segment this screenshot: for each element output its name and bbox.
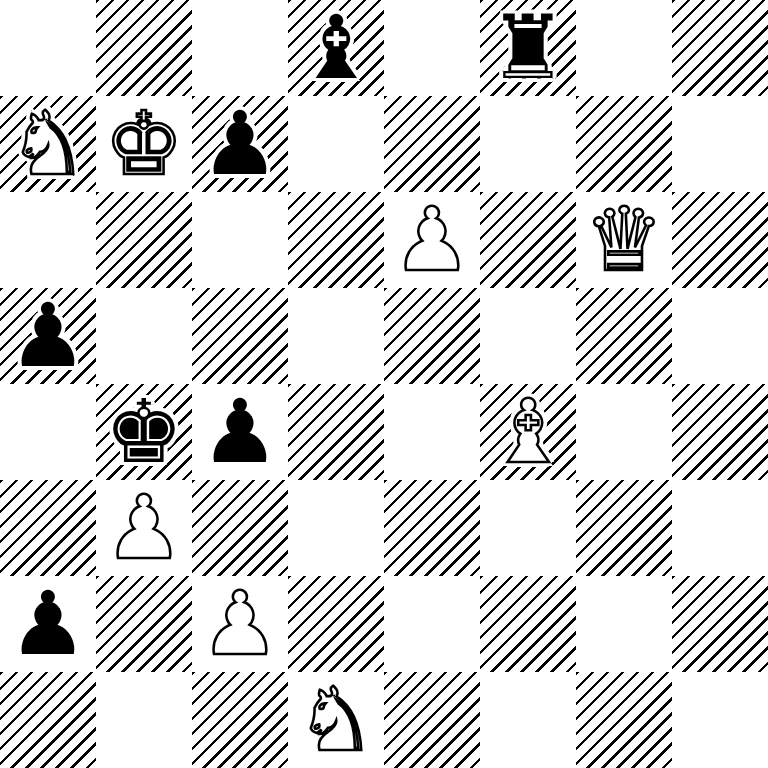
square-c1[interactable] <box>192 672 288 768</box>
square-d2[interactable] <box>288 576 384 672</box>
square-a3[interactable] <box>0 480 96 576</box>
square-e6[interactable]: ♟ <box>384 192 480 288</box>
piece-black-rook-f8[interactable]: ♜ <box>489 4 568 92</box>
square-f2[interactable] <box>480 576 576 672</box>
square-h3[interactable] <box>672 480 768 576</box>
square-e8[interactable] <box>384 0 480 96</box>
piece-black-pawn-c4[interactable]: ♟ <box>201 388 280 476</box>
square-h1[interactable] <box>672 672 768 768</box>
square-f6[interactable] <box>480 192 576 288</box>
square-f7[interactable] <box>480 96 576 192</box>
square-d8[interactable]: ♝ <box>288 0 384 96</box>
square-h4[interactable] <box>672 384 768 480</box>
square-b2[interactable] <box>96 576 192 672</box>
square-e5[interactable] <box>384 288 480 384</box>
square-g3[interactable] <box>576 480 672 576</box>
square-d3[interactable] <box>288 480 384 576</box>
piece-white-knight-a7[interactable]: ♞ <box>9 100 88 188</box>
piece-white-queen-g6[interactable]: ♛ <box>585 196 664 284</box>
square-e4[interactable] <box>384 384 480 480</box>
square-c7[interactable]: ♟ <box>192 96 288 192</box>
square-g4[interactable] <box>576 384 672 480</box>
square-c2[interactable]: ♟ <box>192 576 288 672</box>
square-e7[interactable] <box>384 96 480 192</box>
square-a5[interactable]: ♟ <box>0 288 96 384</box>
square-b4[interactable]: ♚ <box>96 384 192 480</box>
square-c4[interactable]: ♟ <box>192 384 288 480</box>
square-a2[interactable]: ♟ <box>0 576 96 672</box>
chess-board: ♝♜♞♚♟♟♛♟♚♟♝♟♟♟♞ <box>0 0 768 768</box>
piece-white-king-b7[interactable]: ♚ <box>105 100 184 188</box>
square-b1[interactable] <box>96 672 192 768</box>
square-b5[interactable] <box>96 288 192 384</box>
square-a6[interactable] <box>0 192 96 288</box>
square-b3[interactable]: ♟ <box>96 480 192 576</box>
square-c8[interactable] <box>192 0 288 96</box>
piece-black-pawn-a2[interactable]: ♟ <box>9 580 88 668</box>
piece-black-king-b4[interactable]: ♚ <box>105 388 184 476</box>
square-e2[interactable] <box>384 576 480 672</box>
square-h5[interactable] <box>672 288 768 384</box>
piece-white-knight-d1[interactable]: ♞ <box>297 676 376 764</box>
square-f1[interactable] <box>480 672 576 768</box>
square-g5[interactable] <box>576 288 672 384</box>
square-d6[interactable] <box>288 192 384 288</box>
square-d1[interactable]: ♞ <box>288 672 384 768</box>
piece-white-pawn-b3[interactable]: ♟ <box>105 484 184 572</box>
square-e1[interactable] <box>384 672 480 768</box>
square-a1[interactable] <box>0 672 96 768</box>
square-d7[interactable] <box>288 96 384 192</box>
square-f5[interactable] <box>480 288 576 384</box>
square-d5[interactable] <box>288 288 384 384</box>
square-g1[interactable] <box>576 672 672 768</box>
square-b8[interactable] <box>96 0 192 96</box>
piece-black-pawn-a5[interactable]: ♟ <box>9 292 88 380</box>
piece-black-pawn-c7[interactable]: ♟ <box>201 100 280 188</box>
piece-black-bishop-d8[interactable]: ♝ <box>297 4 376 92</box>
square-a7[interactable]: ♞ <box>0 96 96 192</box>
square-h6[interactable] <box>672 192 768 288</box>
square-c5[interactable] <box>192 288 288 384</box>
square-h8[interactable] <box>672 0 768 96</box>
square-g6[interactable]: ♛ <box>576 192 672 288</box>
square-f4[interactable]: ♝ <box>480 384 576 480</box>
square-g7[interactable] <box>576 96 672 192</box>
square-d4[interactable] <box>288 384 384 480</box>
piece-white-pawn-c2[interactable]: ♟ <box>201 580 280 668</box>
square-a8[interactable] <box>0 0 96 96</box>
piece-white-bishop-f4[interactable]: ♝ <box>489 388 568 476</box>
square-b7[interactable]: ♚ <box>96 96 192 192</box>
square-h2[interactable] <box>672 576 768 672</box>
square-b6[interactable] <box>96 192 192 288</box>
square-f3[interactable] <box>480 480 576 576</box>
square-a4[interactable] <box>0 384 96 480</box>
square-g8[interactable] <box>576 0 672 96</box>
square-f8[interactable]: ♜ <box>480 0 576 96</box>
square-e3[interactable] <box>384 480 480 576</box>
piece-white-pawn-e6[interactable]: ♟ <box>393 196 472 284</box>
square-g2[interactable] <box>576 576 672 672</box>
square-c6[interactable] <box>192 192 288 288</box>
square-c3[interactable] <box>192 480 288 576</box>
square-h7[interactable] <box>672 96 768 192</box>
